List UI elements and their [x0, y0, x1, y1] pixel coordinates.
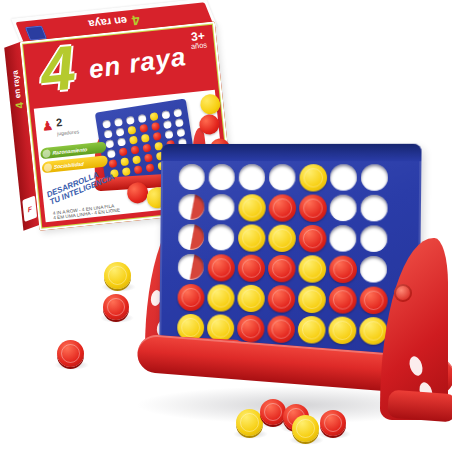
red-disc [359, 286, 387, 314]
yellow-disc [328, 316, 356, 344]
side-title-number: 4 [13, 101, 25, 111]
empty-hole [208, 194, 234, 220]
cell-r6c4[interactable] [265, 313, 296, 344]
empty-hole [178, 254, 204, 280]
cell-r4c5[interactable] [296, 253, 327, 284]
arm-slot-hole [407, 355, 425, 378]
yellow-disc [299, 164, 327, 191]
cell-r1c1[interactable] [177, 162, 207, 192]
cell-r4c2[interactable] [206, 252, 236, 282]
cell-r2c2[interactable] [206, 192, 236, 222]
yellow-disc [298, 255, 326, 283]
cell-r5c4[interactable] [266, 283, 297, 314]
cell-r4c4[interactable] [266, 253, 297, 284]
age-recommendation: 3+ años [189, 29, 207, 50]
cell-r3c1[interactable] [176, 222, 206, 252]
red-disc [298, 224, 326, 252]
cell-r3c6[interactable] [327, 223, 358, 254]
cell-r3c7[interactable] [358, 223, 389, 254]
yellow-disc [237, 284, 265, 312]
box-art-loose-disc [199, 93, 221, 115]
cell-r2c7[interactable] [358, 193, 389, 224]
red-disc [328, 285, 356, 313]
cell-r4c3[interactable] [236, 252, 267, 283]
top-title-number: 4 [129, 13, 143, 29]
cell-r3c4[interactable] [266, 223, 297, 254]
cell-r6c6[interactable] [326, 314, 357, 345]
empty-hole [269, 164, 296, 190]
yellow-disc [207, 284, 234, 312]
loose-yellow-disc[interactable] [104, 262, 131, 289]
disc-face [236, 409, 263, 436]
cell-r4c7[interactable] [358, 254, 389, 285]
board-panel [159, 144, 421, 361]
disc-face [104, 262, 131, 289]
cell-r5c6[interactable] [327, 284, 358, 315]
yellow-disc [238, 194, 266, 221]
loose-yellow-disc[interactable] [292, 415, 319, 442]
empty-hole [209, 164, 235, 190]
red-disc [207, 254, 234, 281]
empty-hole [360, 225, 387, 252]
red-disc [268, 194, 296, 221]
red-disc [267, 254, 295, 282]
cell-r1c3[interactable] [237, 162, 268, 192]
side-brand-logo: F [22, 196, 37, 222]
cell-r5c3[interactable] [235, 283, 266, 314]
cell-r6c3[interactable] [235, 313, 266, 344]
yellow-disc [268, 224, 296, 252]
disc-face [260, 399, 286, 425]
empty-hole [208, 224, 234, 250]
loose-red-disc[interactable] [57, 340, 84, 367]
red-disc [267, 285, 295, 313]
cell-r2c3[interactable] [236, 192, 267, 222]
loose-yellow-disc[interactable] [236, 409, 263, 436]
side-title-script: en raya [10, 69, 22, 100]
cell-r3c3[interactable] [236, 222, 267, 252]
cell-r2c4[interactable] [267, 192, 298, 222]
cell-r3c2[interactable] [206, 222, 236, 252]
empty-hole [239, 164, 265, 190]
cell-r2c1[interactable] [176, 192, 206, 222]
cell-r2c6[interactable] [328, 193, 359, 224]
loose-red-disc[interactable] [103, 294, 129, 320]
red-disc [237, 254, 265, 282]
cell-r1c5[interactable] [297, 162, 328, 192]
cell-r1c7[interactable] [359, 162, 390, 193]
yellow-disc [298, 285, 326, 313]
cell-r5c1[interactable] [175, 282, 205, 312]
cell-r2c5[interactable] [297, 192, 328, 223]
red-disc [299, 194, 327, 222]
cell-r4c1[interactable] [176, 252, 206, 282]
empty-hole [361, 164, 388, 191]
loose-red-disc[interactable] [320, 410, 346, 436]
red-disc [237, 314, 265, 342]
product-photo-scene: 4 en raya 4 en raya F 4 en raya 3+ años … [0, 0, 452, 452]
yellow-disc [238, 224, 266, 251]
yellow-disc [207, 314, 234, 342]
red-disc [267, 315, 295, 343]
cell-r1c2[interactable] [207, 162, 237, 192]
cell-r1c4[interactable] [267, 162, 298, 192]
empty-hole [330, 164, 357, 190]
cell-r1c6[interactable] [328, 162, 359, 193]
empty-hole [178, 224, 204, 250]
empty-hole [329, 225, 356, 252]
box-title-number: 4 [38, 36, 79, 101]
right-foot [387, 390, 452, 423]
arm-knob [394, 284, 412, 302]
box-title-script: en raya [87, 41, 188, 85]
top-title-script: en raya [86, 15, 129, 31]
age-unit: años [191, 41, 208, 50]
yellow-disc [359, 316, 387, 344]
red-disc [329, 255, 357, 283]
empty-hole [360, 256, 387, 283]
cell-r5c2[interactable] [205, 282, 235, 313]
red-disc [177, 283, 204, 310]
disc-face [57, 340, 84, 367]
disc-face [103, 294, 129, 320]
empty-hole [179, 164, 205, 190]
cell-r5c7[interactable] [358, 284, 389, 315]
empty-hole [330, 195, 357, 222]
yellow-disc [297, 315, 325, 343]
cell-r5c5[interactable] [296, 283, 327, 314]
disc-face [292, 415, 319, 442]
connect-four-grid [175, 162, 390, 346]
empty-hole [361, 195, 388, 222]
loose-red-disc[interactable] [260, 399, 286, 425]
cell-r3c5[interactable] [297, 223, 328, 254]
empty-hole [178, 194, 204, 220]
cell-r4c6[interactable] [327, 253, 358, 284]
cell-r6c5[interactable] [296, 314, 327, 345]
disc-face [320, 410, 346, 436]
